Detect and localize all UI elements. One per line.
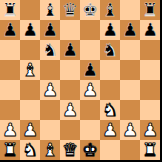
square-d7[interactable]: [60, 20, 80, 40]
white-knight[interactable]: ♞: [22, 140, 38, 160]
square-b8[interactable]: [20, 0, 40, 20]
black-rook[interactable]: ♜: [2, 0, 18, 20]
black-bishop[interactable]: ♝: [42, 0, 58, 20]
white-bishop[interactable]: ♝: [22, 60, 38, 80]
square-c2[interactable]: [40, 120, 60, 140]
square-g8[interactable]: [120, 0, 140, 20]
square-b6[interactable]: [20, 40, 40, 60]
square-f2[interactable]: ♟: [100, 120, 120, 140]
square-h1[interactable]: ♜: [140, 140, 160, 160]
square-b3[interactable]: [20, 100, 40, 120]
square-c3[interactable]: [40, 100, 60, 120]
square-g7[interactable]: ♟: [120, 20, 140, 40]
square-e4[interactable]: ♟: [80, 80, 100, 100]
white-rook[interactable]: ♜: [142, 140, 158, 160]
white-pawn[interactable]: ♟: [62, 100, 78, 120]
square-c6[interactable]: ♞: [40, 40, 60, 60]
black-pawn[interactable]: ♟: [102, 20, 118, 40]
black-queen[interactable]: ♛: [62, 0, 78, 20]
white-pawn[interactable]: ♟: [2, 120, 18, 140]
square-c5[interactable]: [40, 60, 60, 80]
black-pawn[interactable]: ♟: [42, 20, 58, 40]
square-e5[interactable]: ♟: [80, 60, 100, 80]
square-g6[interactable]: [120, 40, 140, 60]
white-rook[interactable]: ♜: [2, 140, 18, 160]
square-h5[interactable]: [140, 60, 160, 80]
square-b5[interactable]: ♝: [20, 60, 40, 80]
square-f4[interactable]: [100, 80, 120, 100]
square-g2[interactable]: ♟: [120, 120, 140, 140]
square-e7[interactable]: [80, 20, 100, 40]
white-knight[interactable]: ♞: [102, 100, 118, 120]
square-a2[interactable]: ♟: [0, 120, 20, 140]
white-king[interactable]: ♚: [82, 140, 98, 160]
square-e1[interactable]: ♚: [80, 140, 100, 160]
square-f6[interactable]: ♞: [100, 40, 120, 60]
square-c1[interactable]: ♝: [40, 140, 60, 160]
square-b2[interactable]: ♟: [20, 120, 40, 140]
chessboard-screenshot: ♜♝♛♚♝♜♟♟♟♟♟♟♞♟♞♝♟♟♟♟♞♟♟♟♟♟♜♞♝♛♚♜: [0, 0, 162, 162]
black-pawn[interactable]: ♟: [122, 20, 138, 40]
white-pawn[interactable]: ♟: [22, 120, 38, 140]
white-pawn[interactable]: ♟: [122, 120, 138, 140]
square-a3[interactable]: [0, 100, 20, 120]
square-a8[interactable]: ♜: [0, 0, 20, 20]
square-a4[interactable]: [0, 80, 20, 100]
square-d3[interactable]: ♟: [60, 100, 80, 120]
square-e8[interactable]: ♚: [80, 0, 100, 20]
square-h3[interactable]: [140, 100, 160, 120]
white-pawn[interactable]: ♟: [42, 80, 58, 100]
square-a6[interactable]: [0, 40, 20, 60]
white-bishop[interactable]: ♝: [42, 140, 58, 160]
square-h4[interactable]: [140, 80, 160, 100]
square-f3[interactable]: ♞: [100, 100, 120, 120]
square-h2[interactable]: ♟: [140, 120, 160, 140]
black-knight[interactable]: ♞: [42, 40, 58, 60]
square-f7[interactable]: ♟: [100, 20, 120, 40]
square-g5[interactable]: [120, 60, 140, 80]
square-a1[interactable]: ♜: [0, 140, 20, 160]
square-f1[interactable]: [100, 140, 120, 160]
black-pawn[interactable]: ♟: [2, 20, 18, 40]
black-knight[interactable]: ♞: [102, 40, 118, 60]
black-pawn[interactable]: ♟: [142, 20, 158, 40]
square-h6[interactable]: [140, 40, 160, 60]
square-f8[interactable]: ♝: [100, 0, 120, 20]
square-b1[interactable]: ♞: [20, 140, 40, 160]
square-e6[interactable]: [80, 40, 100, 60]
square-c4[interactable]: ♟: [40, 80, 60, 100]
square-d5[interactable]: [60, 60, 80, 80]
square-b4[interactable]: [20, 80, 40, 100]
black-pawn[interactable]: ♟: [82, 60, 98, 80]
black-pawn[interactable]: ♟: [62, 40, 78, 60]
square-d1[interactable]: ♛: [60, 140, 80, 160]
square-e3[interactable]: [80, 100, 100, 120]
square-a7[interactable]: ♟: [0, 20, 20, 40]
white-pawn[interactable]: ♟: [142, 120, 158, 140]
black-bishop[interactable]: ♝: [102, 0, 118, 20]
square-d6[interactable]: ♟: [60, 40, 80, 60]
square-c8[interactable]: ♝: [40, 0, 60, 20]
chess-board: ♜♝♛♚♝♜♟♟♟♟♟♟♞♟♞♝♟♟♟♟♞♟♟♟♟♟♜♞♝♛♚♜: [0, 0, 160, 160]
square-h7[interactable]: ♟: [140, 20, 160, 40]
square-g4[interactable]: [120, 80, 140, 100]
white-pawn[interactable]: ♟: [102, 120, 118, 140]
square-b7[interactable]: ♟: [20, 20, 40, 40]
square-d4[interactable]: [60, 80, 80, 100]
square-h8[interactable]: ♜: [140, 0, 160, 20]
black-king[interactable]: ♚: [82, 0, 98, 20]
square-d8[interactable]: ♛: [60, 0, 80, 20]
square-d2[interactable]: [60, 120, 80, 140]
square-c7[interactable]: ♟: [40, 20, 60, 40]
square-a5[interactable]: [0, 60, 20, 80]
black-rook[interactable]: ♜: [142, 0, 158, 20]
square-f5[interactable]: [100, 60, 120, 80]
black-pawn[interactable]: ♟: [22, 20, 38, 40]
square-g1[interactable]: [120, 140, 140, 160]
white-pawn[interactable]: ♟: [82, 80, 98, 100]
square-e2[interactable]: [80, 120, 100, 140]
square-g3[interactable]: [120, 100, 140, 120]
white-queen[interactable]: ♛: [62, 140, 78, 160]
